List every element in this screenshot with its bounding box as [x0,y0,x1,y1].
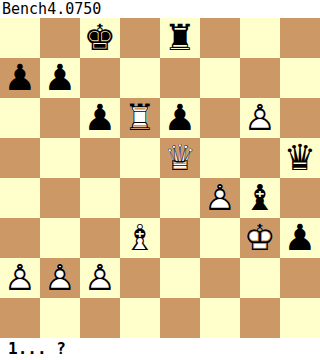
chess-board: ♚♜♟♟♟♜♖♟♟♙♛♕♛♟♙♝♝♗♚♔♟♟♙♟♙♟♙ [0,18,320,338]
square-h7[interactable] [280,58,320,98]
piece-black-bishop: ♝ [240,178,280,218]
piece-white-bishop: ♗ [120,218,160,258]
square-h8[interactable] [280,18,320,58]
square-g3[interactable]: ♚♔ [240,218,280,258]
square-g2[interactable] [240,258,280,298]
piece-white-pawn-fill: ♟ [40,258,80,298]
square-c6[interactable]: ♟ [80,98,120,138]
piece-white-pawn-fill: ♟ [200,178,240,218]
piece-white-pawn: ♙ [0,258,40,298]
square-c4[interactable] [80,178,120,218]
square-e6[interactable]: ♟ [160,98,200,138]
square-b5[interactable] [40,138,80,178]
piece-white-pawn: ♙ [240,98,280,138]
square-d8[interactable] [120,18,160,58]
square-b6[interactable] [40,98,80,138]
piece-black-pawn: ♟ [80,98,120,138]
piece-white-king-fill: ♚ [240,218,280,258]
piece-white-queen-fill: ♛ [160,138,200,178]
square-f5[interactable] [200,138,240,178]
square-h3[interactable]: ♟ [280,218,320,258]
square-a2[interactable]: ♟♙ [0,258,40,298]
piece-white-queen: ♕ [160,138,200,178]
square-g1[interactable] [240,298,280,338]
piece-white-pawn: ♙ [40,258,80,298]
piece-white-pawn-fill: ♟ [0,258,40,298]
piece-black-king: ♚ [80,18,120,58]
square-b7[interactable]: ♟ [40,58,80,98]
square-c2[interactable]: ♟♙ [80,258,120,298]
square-b1[interactable] [40,298,80,338]
square-c3[interactable] [80,218,120,258]
piece-black-pawn: ♟ [160,98,200,138]
square-g6[interactable]: ♟♙ [240,98,280,138]
square-f1[interactable] [200,298,240,338]
page-title: Bench4.0750 [0,0,320,18]
chess-app-window: Bench4.0750 ♚♜♟♟♟♜♖♟♟♙♛♕♛♟♙♝♝♗♚♔♟♟♙♟♙♟♙ … [0,0,320,360]
square-h6[interactable] [280,98,320,138]
square-a1[interactable] [0,298,40,338]
piece-white-pawn-fill: ♟ [80,258,120,298]
square-f6[interactable] [200,98,240,138]
square-e1[interactable] [160,298,200,338]
square-a4[interactable] [0,178,40,218]
square-f7[interactable] [200,58,240,98]
piece-white-rook-fill: ♜ [120,98,160,138]
square-a6[interactable] [0,98,40,138]
piece-black-rook: ♜ [160,18,200,58]
square-b4[interactable] [40,178,80,218]
square-d3[interactable]: ♝♗ [120,218,160,258]
piece-black-pawn: ♟ [280,218,320,258]
piece-black-pawn: ♟ [0,58,40,98]
square-g5[interactable] [240,138,280,178]
square-h4[interactable] [280,178,320,218]
square-e8[interactable]: ♜ [160,18,200,58]
square-e7[interactable] [160,58,200,98]
piece-black-pawn: ♟ [40,58,80,98]
square-a7[interactable]: ♟ [0,58,40,98]
square-a8[interactable] [0,18,40,58]
square-d4[interactable] [120,178,160,218]
square-c7[interactable] [80,58,120,98]
square-e2[interactable] [160,258,200,298]
piece-white-pawn-fill: ♟ [240,98,280,138]
square-b2[interactable]: ♟♙ [40,258,80,298]
piece-white-pawn: ♙ [200,178,240,218]
square-f2[interactable] [200,258,240,298]
square-h1[interactable] [280,298,320,338]
square-f3[interactable] [200,218,240,258]
square-e4[interactable] [160,178,200,218]
piece-black-queen: ♛ [280,138,320,178]
piece-white-king: ♔ [240,218,280,258]
square-g4[interactable]: ♝ [240,178,280,218]
square-c8[interactable]: ♚ [80,18,120,58]
square-a5[interactable] [0,138,40,178]
square-f8[interactable] [200,18,240,58]
square-g8[interactable] [240,18,280,58]
square-h5[interactable]: ♛ [280,138,320,178]
square-e5[interactable]: ♛♕ [160,138,200,178]
square-b8[interactable] [40,18,80,58]
piece-white-bishop-fill: ♝ [120,218,160,258]
square-d7[interactable] [120,58,160,98]
square-b3[interactable] [40,218,80,258]
piece-white-rook: ♖ [120,98,160,138]
square-a3[interactable] [0,218,40,258]
square-h2[interactable] [280,258,320,298]
square-c5[interactable] [80,138,120,178]
square-d1[interactable] [120,298,160,338]
piece-white-pawn: ♙ [80,258,120,298]
square-e3[interactable] [160,218,200,258]
square-d2[interactable] [120,258,160,298]
square-c1[interactable] [80,298,120,338]
square-d6[interactable]: ♜♖ [120,98,160,138]
square-f4[interactable]: ♟♙ [200,178,240,218]
square-d5[interactable] [120,138,160,178]
move-prompt: 1... ? [0,338,320,360]
square-g7[interactable] [240,58,280,98]
